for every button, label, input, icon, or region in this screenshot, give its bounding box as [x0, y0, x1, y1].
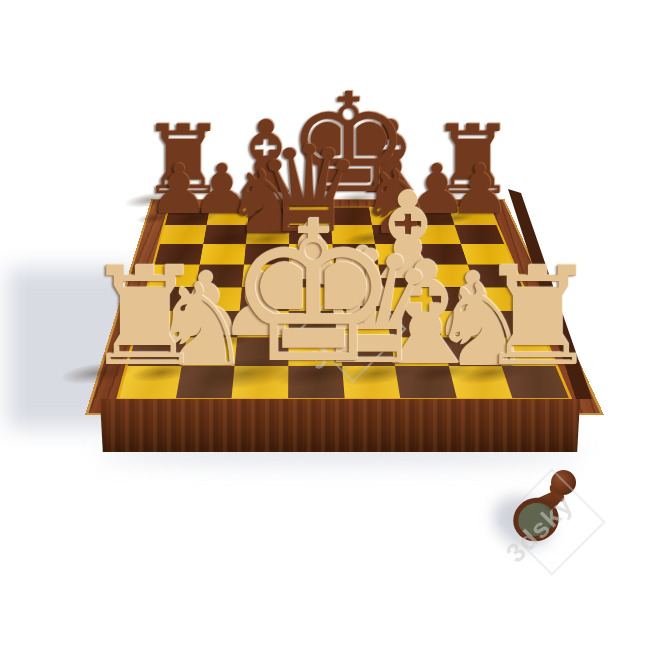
piece-white-king-d1[interactable]: ♚: [226, 206, 400, 381]
captured-black-pawn[interactable]: [505, 458, 590, 558]
captured-pawn-head: [551, 470, 576, 495]
piece-white-rook-h1[interactable]: ♜: [477, 256, 599, 378]
chess-render-scene: ♜♝♚♝♜♟♟♟♟♞♛♞♟♝♟♟♟♟♜♞♚♛♝♞♜ 3dsky 3dsky: [0, 0, 670, 670]
pieces-layer: ♜♝♚♝♜♟♟♟♟♞♛♞♟♝♟♟♟♟♜♞♚♛♝♞♜: [0, 0, 670, 670]
piece-white-rook-a1[interactable]: ♜: [84, 256, 206, 378]
